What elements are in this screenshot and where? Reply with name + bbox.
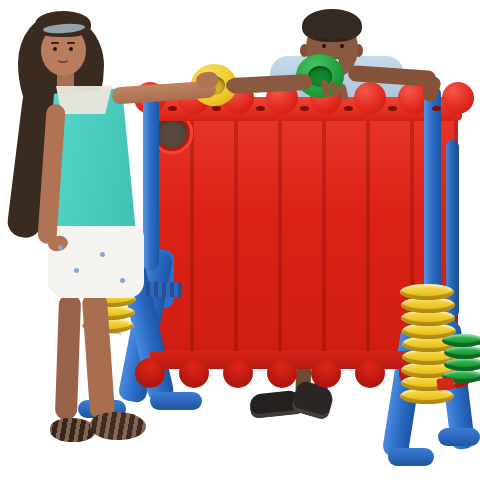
drop-slot	[212, 106, 221, 111]
bottom-rail-scallop	[311, 358, 341, 388]
drop-slot	[432, 106, 441, 111]
boy-left-hand	[226, 78, 246, 93]
left-frame-post	[143, 95, 159, 271]
embossed-brand-logo-left	[146, 281, 183, 297]
bottom-rail-scallop	[267, 358, 297, 388]
shorts-floral-dot	[100, 252, 105, 257]
bottom-rail-scallop	[135, 358, 165, 388]
girl-back-sandal	[50, 418, 96, 442]
red-clip	[436, 377, 454, 391]
girl-brow-left	[51, 42, 59, 44]
boy-hair	[302, 9, 362, 42]
girl-eye-left	[53, 47, 57, 51]
left-foot-front	[150, 392, 202, 410]
girl-smile	[56, 55, 70, 63]
stored-green-disc	[444, 358, 480, 371]
right-foot-front	[388, 448, 434, 466]
drop-slot	[388, 106, 397, 111]
drop-slot	[300, 106, 309, 111]
boy-brow-left	[320, 38, 329, 41]
bottom-rail-scallop	[355, 358, 385, 388]
right-foot-rear	[438, 428, 480, 446]
shorts-floral-dot	[74, 268, 79, 273]
girl-eye-right	[69, 47, 73, 51]
shorts-floral-dot	[120, 278, 125, 283]
girl-front-sandal	[90, 412, 146, 440]
stored-green-disc	[442, 334, 480, 347]
top-rail-scallop	[442, 82, 474, 114]
product-photo-scene	[0, 0, 480, 480]
drop-slot	[344, 106, 353, 111]
stored-yellow-disc	[400, 284, 454, 300]
bottom-rail-scallop	[223, 358, 253, 388]
shorts-floral-dot	[58, 245, 63, 250]
boy-eye-right	[340, 44, 344, 48]
girl-back-leg	[55, 294, 81, 421]
drop-slot	[256, 106, 265, 111]
drop-slot	[168, 106, 177, 111]
boy-eye-left	[322, 44, 326, 48]
bottom-rail-scallop	[179, 358, 209, 388]
boy-brow-right	[338, 38, 347, 41]
top-rail-scallop	[354, 82, 386, 114]
girl-brow-right	[67, 42, 75, 44]
stored-green-disc	[444, 346, 480, 359]
right-frame-post	[424, 86, 441, 304]
